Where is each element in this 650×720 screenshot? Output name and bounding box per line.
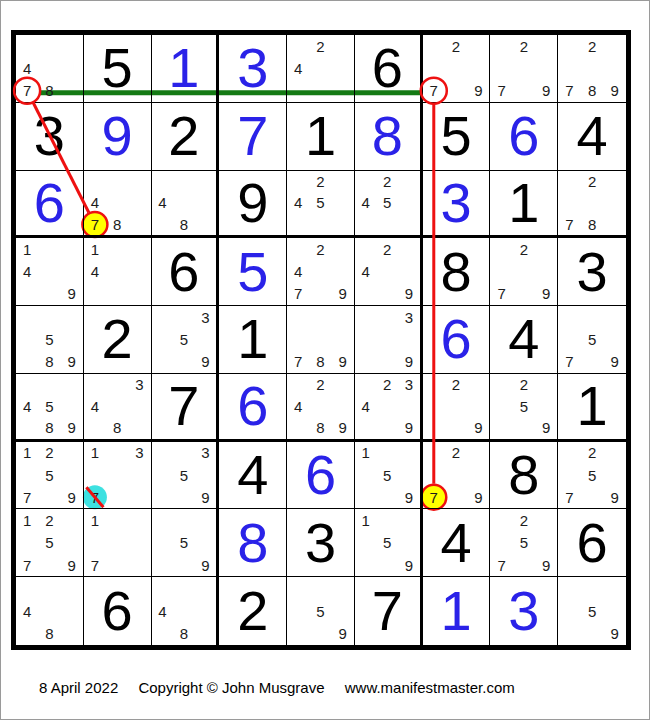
pencil-mark: 5 [173,328,195,350]
pencil-mark: 9 [195,486,217,508]
pencil-marks: 2349 [355,374,420,439]
pencil-mark: 8 [106,214,128,236]
pencil-mark: 4 [16,600,38,623]
pencil-mark: 2 [445,442,467,464]
pencil-mark: 5 [581,600,604,623]
solved-digit: 6 [16,171,83,236]
pencil-mark: 5 [513,532,535,554]
cell-r2c6[interactable]: 8 [355,103,423,171]
cell-r3c3[interactable]: 48 [152,171,220,239]
pencil-mark: 2 [309,374,331,396]
pencil-mark: 4 [84,192,106,214]
pencil-mark: 7 [490,554,512,576]
pencil-mark: 9 [61,351,83,373]
pencil-mark: 8 [581,214,604,236]
pencil-mark: 4 [16,261,38,283]
cell-r7c2[interactable]: 137 [84,442,152,510]
pencil-mark: 9 [398,417,420,439]
pencil-mark: 8 [173,622,195,645]
pencil-marks: 12579 [16,442,83,509]
pencil-mark: 5 [38,464,60,486]
pencil-mark: 9 [535,554,557,576]
pencil-mark: 9 [332,351,354,373]
pencil-mark: 1 [355,442,377,464]
pencil-mark: 9 [61,486,83,508]
pencil-mark: 4 [355,192,377,214]
cell-r6c3[interactable]: 7 [152,374,220,442]
cell-r7c6[interactable]: 159 [355,442,423,510]
cell-r1c8[interactable]: 279 [490,35,558,103]
cell-r1c2[interactable]: 5 [84,35,152,103]
pencil-mark: 7 [558,351,581,373]
pencil-mark: 9 [398,486,420,508]
pencil-mark: 9 [398,283,420,305]
pencil-mark: 9 [535,283,557,305]
cell-r1c4[interactable]: 3 [219,35,287,103]
pencil-marks: 279 [490,238,557,305]
cell-r5c1[interactable]: 589 [16,306,84,374]
pencil-mark: 4 [355,395,377,417]
pencil-marks: 478 [84,171,151,236]
pencil-mark: 7 [16,80,38,102]
cell-r3c6[interactable]: 245 [355,171,423,239]
pencil-mark: 2 [513,35,535,57]
pencil-marks: 59 [152,509,217,576]
cell-r5c8[interactable]: 4 [490,306,558,374]
cell-r3c2[interactable]: 478 [84,171,152,239]
pencil-mark: 2 [309,171,331,193]
pencil-mark: 1 [16,238,38,260]
pencil-mark: 8 [38,622,60,645]
solved-digit: 6 [423,306,490,373]
pencil-marks: 259 [490,374,557,439]
pencil-marks: 24 [287,35,354,102]
solved-digit: 6 [490,103,557,170]
pencil-mark: 7 [84,214,106,236]
cell-r8c1[interactable]: 12579 [16,509,84,577]
sudoku-grid: 4785132462792792789392718564647848924524… [11,30,631,650]
pencil-mark: 4 [152,192,174,214]
given-digit: 1 [287,103,354,170]
pencil-marks: 245 [287,171,354,236]
pencil-mark: 5 [173,464,195,486]
pencil-mark: 4 [355,261,377,283]
pencil-mark: 9 [332,417,354,439]
given-digit: 2 [84,306,151,373]
pencil-marks: 159 [355,442,420,509]
pencil-marks: 12579 [16,509,83,576]
pencil-mark: 9 [61,283,83,305]
pencil-marks: 48 [152,577,217,645]
pencil-marks: 48 [16,577,83,645]
pencil-mark: 7 [490,80,512,102]
pencil-marks: 59 [558,577,626,645]
solved-digit: 6 [219,374,286,439]
pencil-mark: 2 [581,171,604,193]
cell-r9c3[interactable]: 48 [152,577,220,645]
cell-r4c9[interactable]: 3 [558,238,626,306]
given-digit: 8 [423,238,490,305]
cell-r6c5[interactable]: 2489 [287,374,355,442]
pencil-mark: 9 [332,283,354,305]
cell-r8c3[interactable]: 59 [152,509,220,577]
solved-digit: 8 [355,103,420,170]
solved-digit: 8 [219,509,286,576]
pencil-marks: 478 [16,35,83,102]
given-digit: 8 [490,442,557,509]
given-digit: 4 [490,306,557,373]
pencil-mark: 5 [38,532,60,554]
pencil-mark: 2 [309,238,331,260]
solved-digit: 3 [423,171,490,236]
given-digit: 6 [355,35,420,102]
given-digit: 2 [219,577,286,645]
cell-r4c7[interactable]: 8 [423,238,491,306]
footer-copyright: Copyright © John Musgrave [138,679,324,696]
pencil-mark: 7 [558,214,581,236]
given-digit: 4 [219,442,286,509]
cell-r8c7[interactable]: 4 [423,509,491,577]
pencil-mark: 8 [309,351,331,373]
pencil-mark: 7 [287,283,309,305]
given-digit: 3 [16,103,83,170]
pencil-mark: 5 [38,328,60,350]
pencil-mark: 1 [84,509,106,531]
cell-r3c7[interactable]: 3 [423,171,491,239]
pencil-mark: 5 [38,395,60,417]
pencil-mark: 3 [195,442,217,464]
cell-r9c1[interactable]: 48 [16,577,84,645]
pencil-marks: 39 [355,306,420,373]
cell-r6c4[interactable]: 6 [219,374,287,442]
pencil-mark: 1 [84,442,106,464]
cell-r9c5[interactable]: 59 [287,577,355,645]
cell-r3c5[interactable]: 245 [287,171,355,239]
pencil-mark: 9 [398,351,420,373]
given-digit: 4 [423,509,490,576]
cell-r7c7[interactable]: 279 [423,442,491,510]
cell-r8c2[interactable]: 17 [84,509,152,577]
pencil-mark: 9 [332,622,354,645]
pencil-mark: 7 [84,554,106,576]
cell-r5c7[interactable]: 6 [423,306,491,374]
cell-r8c8[interactable]: 2579 [490,509,558,577]
cell-r9c7[interactable]: 1 [423,577,491,645]
footer-date: 8 April 2022 [39,679,118,696]
pencil-mark: 4 [16,395,38,417]
cell-r4c5[interactable]: 2479 [287,238,355,306]
pencil-mark: 9 [535,417,557,439]
pencil-mark: 8 [173,214,195,236]
given-digit: 3 [558,238,626,305]
cell-r1c1[interactable]: 478 [16,35,84,103]
cell-r5c2[interactable]: 2 [84,306,152,374]
pencil-mark: 8 [38,80,60,102]
cell-r6c2[interactable]: 348 [84,374,152,442]
pencil-marks: 17 [84,509,151,576]
cell-r3c8[interactable]: 1 [490,171,558,239]
pencil-mark: 3 [398,374,420,396]
cell-r8c5[interactable]: 3 [287,509,355,577]
pencil-marks: 249 [355,238,420,305]
solved-digit: 9 [84,103,151,170]
cell-r1c9[interactable]: 2789 [558,35,626,103]
cell-r7c3[interactable]: 359 [152,442,220,510]
cell-r4c6[interactable]: 249 [355,238,423,306]
pencil-mark: 8 [38,417,60,439]
pencil-marks: 2489 [287,374,354,439]
pencil-mark: 2 [376,171,398,193]
solved-digit: 3 [219,35,286,102]
pencil-mark: 5 [309,192,331,214]
pencil-marks: 14 [84,238,151,305]
cell-r7c1[interactable]: 12579 [16,442,84,510]
pencil-marks: 589 [16,306,83,373]
pencil-mark: 2 [445,374,467,396]
pencil-mark: 9 [195,351,217,373]
pencil-mark: 5 [581,464,604,486]
pencil-mark: 1 [84,238,106,260]
cell-r9c6[interactable]: 7 [355,577,423,645]
pencil-marks: 2579 [490,509,557,576]
given-digit: 4 [558,103,626,170]
cell-r7c4[interactable]: 4 [219,442,287,510]
cell-r3c1[interactable]: 6 [16,171,84,239]
pencil-mark: 2 [376,238,398,260]
cell-r4c4[interactable]: 5 [219,238,287,306]
solved-digit: 1 [152,35,217,102]
cell-r9c8[interactable]: 3 [490,577,558,645]
cell-r6c1[interactable]: 4589 [16,374,84,442]
pencil-mark: 5 [376,464,398,486]
pencil-marks: 59 [287,577,354,645]
pencil-mark: 5 [309,600,331,623]
cell-r9c9[interactable]: 59 [558,577,626,645]
pencil-marks: 159 [355,509,420,576]
given-digit: 2 [152,103,217,170]
pencil-marks: 278 [558,171,626,236]
cell-r4c2[interactable]: 14 [84,238,152,306]
pencil-mark: 9 [467,80,489,102]
pencil-marks: 279 [423,35,490,102]
pencil-mark: 7 [16,486,38,508]
pencil-mark: 2 [513,374,535,396]
pencil-mark: 5 [376,532,398,554]
cell-r1c6[interactable]: 6 [355,35,423,103]
pencil-mark: 3 [398,306,420,328]
cell-r2c9[interactable]: 4 [558,103,626,171]
cell-r5c9[interactable]: 579 [558,306,626,374]
given-digit: 6 [152,238,217,305]
cell-r1c3[interactable]: 1 [152,35,220,103]
pencil-marks: 279 [490,35,557,102]
pencil-mark: 7 [423,80,445,102]
pencil-mark: 4 [287,261,309,283]
pencil-mark: 9 [398,554,420,576]
pencil-mark: 5 [173,532,195,554]
pencil-mark: 2 [581,442,604,464]
pencil-mark: 5 [513,395,535,417]
pencil-marks: 48 [152,171,217,236]
given-digit: 5 [423,103,490,170]
pencil-marks: 579 [558,306,626,373]
cell-r5c4[interactable]: 1 [219,306,287,374]
pencil-mark: 4 [287,395,309,417]
given-digit: 9 [219,171,286,236]
pencil-marks: 137 [84,442,151,509]
cell-r6c9[interactable]: 1 [558,374,626,442]
given-digit: 1 [219,306,286,373]
pencil-marks: 245 [355,171,420,236]
cell-r8c6[interactable]: 159 [355,509,423,577]
given-digit: 3 [287,509,354,576]
cell-r4c3[interactable]: 6 [152,238,220,306]
sudoku-app: 4785132462792792789392718564647848924524… [0,0,650,720]
cell-r5c6[interactable]: 39 [355,306,423,374]
cell-r7c8[interactable]: 8 [490,442,558,510]
pencil-mark: 2 [513,238,535,260]
pencil-mark: 8 [581,80,604,102]
pencil-marks: 359 [152,442,217,509]
pencil-mark: 9 [603,486,626,508]
pencil-mark: 9 [603,622,626,645]
pencil-mark: 1 [16,442,38,464]
pencil-mark: 2 [309,35,331,57]
pencil-marks: 149 [16,238,83,305]
cell-r6c8[interactable]: 259 [490,374,558,442]
pencil-mark: 9 [603,80,626,102]
cell-r5c5[interactable]: 789 [287,306,355,374]
footer: 8 April 2022 Copyright © John Musgrave w… [39,679,515,696]
pencil-mark: 1 [355,509,377,531]
cell-r8c9[interactable]: 6 [558,509,626,577]
cell-r2c8[interactable]: 6 [490,103,558,171]
pencil-mark: 3 [195,306,217,328]
pencil-mark: 2 [376,374,398,396]
solved-digit: 7 [219,103,286,170]
footer-website: www.manifestmaster.com [345,679,515,696]
pencil-mark: 2 [445,35,467,57]
pencil-mark: 4 [152,600,174,623]
pencil-mark: 7 [287,351,309,373]
pencil-mark: 4 [287,192,309,214]
cell-r3c9[interactable]: 278 [558,171,626,239]
pencil-mark: 7 [558,80,581,102]
cell-r6c7[interactable]: 29 [423,374,491,442]
pencil-mark: 2 [581,35,604,57]
pencil-marks: 2579 [558,442,626,509]
cell-r7c9[interactable]: 2579 [558,442,626,510]
pencil-mark: 4 [287,57,309,79]
pencil-mark: 7 [16,554,38,576]
cell-r1c5[interactable]: 24 [287,35,355,103]
cell-r3c4[interactable]: 9 [219,171,287,239]
cell-r7c5[interactable]: 6 [287,442,355,510]
cell-r2c5[interactable]: 1 [287,103,355,171]
given-digit: 1 [490,171,557,236]
pencil-mark: 1 [16,509,38,531]
cell-r4c8[interactable]: 279 [490,238,558,306]
given-digit: 6 [84,577,151,645]
pencil-mark: 9 [195,554,217,576]
pencil-marks: 279 [423,442,490,509]
pencil-mark: 9 [467,417,489,439]
pencil-marks: 29 [423,374,490,439]
cell-r2c1[interactable]: 3 [16,103,84,171]
pencil-mark: 4 [84,261,106,283]
pencil-mark: 7 [490,283,512,305]
pencil-mark: 4 [16,57,38,79]
pencil-marks: 2479 [287,238,354,305]
pencil-mark: 5 [581,328,604,350]
cell-r8c4[interactable]: 8 [219,509,287,577]
pencil-mark: 2 [38,509,60,531]
sudoku-board: 4785132462792792789392718564647848924524… [11,30,631,650]
pencil-marks: 359 [152,306,217,373]
cell-r5c3[interactable]: 359 [152,306,220,374]
solved-digit: 5 [219,238,286,305]
solved-digit: 6 [287,442,354,509]
given-digit: 5 [84,35,151,102]
cell-r1c7[interactable]: 279 [423,35,491,103]
pencil-mark: 7 [423,486,445,508]
pencil-mark: 2 [513,509,535,531]
cell-r2c3[interactable]: 2 [152,103,220,171]
pencil-mark: 7 [84,486,106,508]
pencil-marks: 4589 [16,374,83,439]
given-digit: 1 [558,374,626,439]
pencil-mark: 2 [38,442,60,464]
pencil-marks: 789 [287,306,354,373]
cell-r4c1[interactable]: 149 [16,238,84,306]
cell-r2c7[interactable]: 5 [423,103,491,171]
given-digit: 7 [355,577,420,645]
pencil-mark: 9 [61,417,83,439]
pencil-marks: 2789 [558,35,626,102]
pencil-mark: 9 [61,554,83,576]
cell-r2c2[interactable]: 9 [84,103,152,171]
pencil-mark: 8 [309,417,331,439]
cell-r9c2[interactable]: 6 [84,577,152,645]
pencil-mark: 7 [558,486,581,508]
cell-r2c4[interactable]: 7 [219,103,287,171]
pencil-mark: 8 [106,417,128,439]
solved-digit: 3 [490,577,557,645]
pencil-mark: 5 [376,192,398,214]
pencil-mark: 8 [38,351,60,373]
given-digit: 7 [152,374,217,439]
pencil-mark: 9 [535,80,557,102]
pencil-mark: 9 [467,486,489,508]
given-digit: 6 [558,509,626,576]
pencil-mark: 4 [84,395,106,417]
solved-digit: 1 [423,577,490,645]
cell-r9c4[interactable]: 2 [219,577,287,645]
pencil-marks: 348 [84,374,151,439]
pencil-mark: 3 [128,442,150,464]
pencil-mark: 3 [128,374,150,396]
pencil-mark: 9 [603,351,626,373]
cell-r6c6[interactable]: 2349 [355,374,423,442]
